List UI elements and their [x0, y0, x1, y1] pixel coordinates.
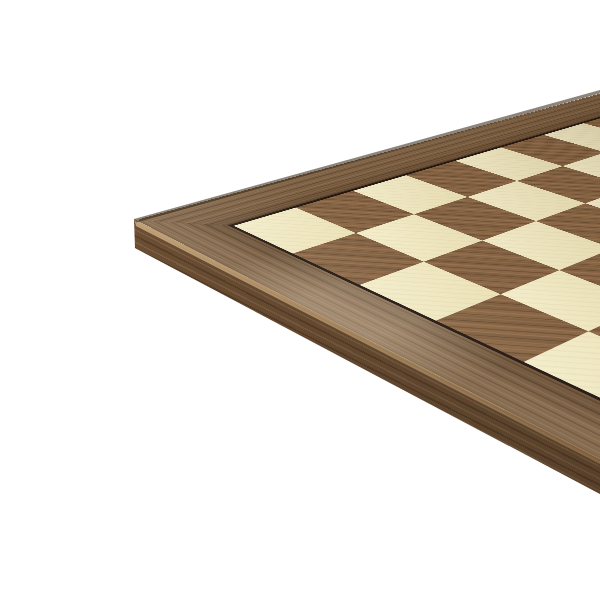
product-photo-stage [0, 0, 600, 600]
